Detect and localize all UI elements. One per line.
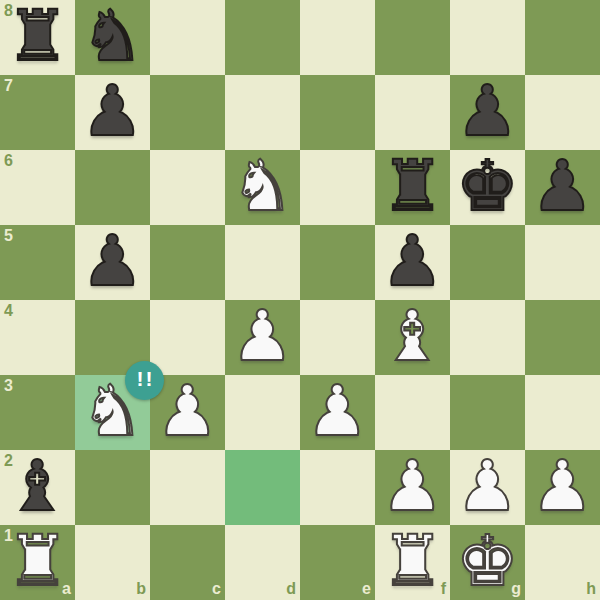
square-g3[interactable] xyxy=(450,375,525,450)
square-c5[interactable] xyxy=(150,225,225,300)
square-g4[interactable] xyxy=(450,300,525,375)
square-a1[interactable]: 1a♜ xyxy=(0,525,75,600)
rank-label-2: 2 xyxy=(4,453,13,469)
white-king-g1-piece[interactable]: ♚ xyxy=(456,526,519,599)
square-b6[interactable] xyxy=(75,150,150,225)
square-f5[interactable]: ♟ xyxy=(375,225,450,300)
square-c7[interactable] xyxy=(150,75,225,150)
chess-board: !! 8♜♞7♟♟6♞♜♚♟5♟♟4♟♝3♞♟♟2♝♟♟♟1a♜bcdef♜g♚… xyxy=(0,0,600,600)
square-d6[interactable]: ♞ xyxy=(225,150,300,225)
square-f3[interactable] xyxy=(375,375,450,450)
white-knight-d6-piece[interactable]: ♞ xyxy=(231,151,294,224)
square-d8[interactable] xyxy=(225,0,300,75)
square-f4[interactable]: ♝ xyxy=(375,300,450,375)
rank-label-8: 8 xyxy=(4,3,13,19)
rank-label-5: 5 xyxy=(4,228,13,244)
square-a5[interactable]: 5 xyxy=(0,225,75,300)
white-bishop-f4-piece[interactable]: ♝ xyxy=(381,301,444,374)
file-label-g: g xyxy=(511,581,521,597)
black-bishop-a2-piece[interactable]: ♝ xyxy=(6,451,69,524)
square-a2[interactable]: 2♝ xyxy=(0,450,75,525)
brilliant-move-badge: !! xyxy=(125,361,164,400)
black-king-g6-piece[interactable]: ♚ xyxy=(456,151,519,224)
square-d5[interactable] xyxy=(225,225,300,300)
rank-label-6: 6 xyxy=(4,153,13,169)
square-e8[interactable] xyxy=(300,0,375,75)
square-c2[interactable] xyxy=(150,450,225,525)
square-g1[interactable]: g♚ xyxy=(450,525,525,600)
square-h2[interactable]: ♟ xyxy=(525,450,600,525)
square-b7[interactable]: ♟ xyxy=(75,75,150,150)
square-f6[interactable]: ♜ xyxy=(375,150,450,225)
square-a4[interactable]: 4 xyxy=(0,300,75,375)
square-g5[interactable] xyxy=(450,225,525,300)
square-d2[interactable] xyxy=(225,450,300,525)
square-h1[interactable]: h xyxy=(525,525,600,600)
file-label-c: c xyxy=(212,581,221,597)
square-c4[interactable] xyxy=(150,300,225,375)
black-pawn-b5-piece[interactable]: ♟ xyxy=(81,226,144,299)
square-g6[interactable]: ♚ xyxy=(450,150,525,225)
square-e6[interactable] xyxy=(300,150,375,225)
file-label-e: e xyxy=(362,581,371,597)
white-rook-a1-piece[interactable]: ♜ xyxy=(6,526,69,599)
square-e2[interactable] xyxy=(300,450,375,525)
square-d1[interactable]: d xyxy=(225,525,300,600)
square-e3[interactable]: ♟ xyxy=(300,375,375,450)
file-label-f: f xyxy=(441,581,446,597)
file-label-b: b xyxy=(136,581,146,597)
white-pawn-f2-piece[interactable]: ♟ xyxy=(381,451,444,524)
file-label-d: d xyxy=(286,581,296,597)
black-pawn-b7-piece[interactable]: ♟ xyxy=(81,76,144,149)
square-e4[interactable] xyxy=(300,300,375,375)
square-b5[interactable]: ♟ xyxy=(75,225,150,300)
rank-label-4: 4 xyxy=(4,303,13,319)
square-g2[interactable]: ♟ xyxy=(450,450,525,525)
white-pawn-g2-piece[interactable]: ♟ xyxy=(456,451,519,524)
square-c8[interactable] xyxy=(150,0,225,75)
square-f1[interactable]: f♜ xyxy=(375,525,450,600)
rank-label-1: 1 xyxy=(4,528,13,544)
square-a7[interactable]: 7 xyxy=(0,75,75,150)
black-pawn-f5-piece[interactable]: ♟ xyxy=(381,226,444,299)
square-e5[interactable] xyxy=(300,225,375,300)
square-h3[interactable] xyxy=(525,375,600,450)
square-a8[interactable]: 8♜ xyxy=(0,0,75,75)
square-d7[interactable] xyxy=(225,75,300,150)
white-pawn-c3-piece[interactable]: ♟ xyxy=(156,376,219,449)
square-g8[interactable] xyxy=(450,0,525,75)
square-f2[interactable]: ♟ xyxy=(375,450,450,525)
square-h5[interactable] xyxy=(525,225,600,300)
rank-label-7: 7 xyxy=(4,78,13,94)
square-h6[interactable]: ♟ xyxy=(525,150,600,225)
file-label-h: h xyxy=(586,581,596,597)
square-b2[interactable] xyxy=(75,450,150,525)
square-h4[interactable] xyxy=(525,300,600,375)
square-e1[interactable]: e xyxy=(300,525,375,600)
square-e7[interactable] xyxy=(300,75,375,150)
white-pawn-d4-piece[interactable]: ♟ xyxy=(231,301,294,374)
square-h7[interactable] xyxy=(525,75,600,150)
square-b1[interactable]: b xyxy=(75,525,150,600)
white-pawn-e3-piece[interactable]: ♟ xyxy=(306,376,369,449)
square-b8[interactable]: ♞ xyxy=(75,0,150,75)
black-rook-f6-piece[interactable]: ♜ xyxy=(381,151,444,224)
white-rook-f1-piece[interactable]: ♜ xyxy=(381,526,444,599)
square-f7[interactable] xyxy=(375,75,450,150)
black-pawn-g7-piece[interactable]: ♟ xyxy=(456,76,519,149)
square-c1[interactable]: c xyxy=(150,525,225,600)
rank-label-3: 3 xyxy=(4,378,13,394)
square-a6[interactable]: 6 xyxy=(0,150,75,225)
square-d3[interactable] xyxy=(225,375,300,450)
square-g7[interactable]: ♟ xyxy=(450,75,525,150)
white-pawn-h2-piece[interactable]: ♟ xyxy=(531,451,594,524)
square-h8[interactable] xyxy=(525,0,600,75)
square-f8[interactable] xyxy=(375,0,450,75)
black-pawn-h6-piece[interactable]: ♟ xyxy=(531,151,594,224)
square-a3[interactable]: 3 xyxy=(0,375,75,450)
black-knight-b8-piece[interactable]: ♞ xyxy=(81,1,144,74)
square-c6[interactable] xyxy=(150,150,225,225)
file-label-a: a xyxy=(62,581,71,597)
black-rook-a8-piece[interactable]: ♜ xyxy=(6,1,69,74)
square-d4[interactable]: ♟ xyxy=(225,300,300,375)
